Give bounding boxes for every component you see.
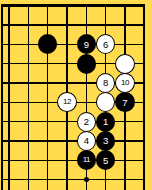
stone-white-S16 [115,54,134,74]
intersection-R13: 1 [96,112,115,131]
star-point-Q10 [84,177,89,182]
intersection-R11: 5 [96,151,115,170]
intersection-R17: 6 [96,35,115,54]
move-number-6: 6 [103,40,108,50]
intersection-Q17: 9 [77,35,96,54]
stone-black-R12: 3 [96,131,115,151]
intersection-S16 [115,54,134,73]
intersection-O17 [38,35,57,54]
stone-white-R15: 8 [96,73,115,93]
stone-white-Q13: 2 [77,112,96,132]
stone-white-R14 [96,92,115,112]
intersection-S14: 7 [115,93,134,112]
move-number-5: 5 [103,156,108,166]
stone-black-R13: 1 [96,112,115,132]
intersection-R15: 8 [96,73,115,92]
intersection-Q13: 2 [77,112,96,131]
go-board-diagram: 123456789101112 [0,0,152,190]
intersection-Q16 [77,54,96,73]
move-number-1: 1 [103,117,108,127]
stone-black-Q11: 11 [77,150,96,170]
move-number-4: 4 [84,136,89,146]
move-number-10: 10 [121,79,129,87]
move-number-12: 12 [63,98,71,106]
intersection-R12: 3 [96,131,115,150]
stone-black-Q16 [77,54,96,74]
stones-grid: 123456789101112 [0,0,152,189]
move-number-3: 3 [103,136,108,146]
intersection-S15: 10 [115,73,134,92]
move-number-9: 9 [84,40,89,50]
move-number-11: 11 [83,156,90,164]
intersection-P14: 12 [57,93,76,112]
move-number-8: 8 [103,78,108,88]
intersection-Q12: 4 [77,131,96,150]
intersection-Q11: 11 [77,151,96,170]
intersection-R14 [96,93,115,112]
stone-white-S15: 10 [115,73,134,93]
move-number-2: 2 [84,117,89,127]
stone-black-O17 [38,34,57,54]
stone-white-P14: 12 [57,92,76,112]
stone-black-Q17: 9 [77,34,96,54]
move-number-7: 7 [122,98,127,108]
stone-white-R17: 6 [96,34,115,54]
stone-black-R11: 5 [96,150,115,170]
go-board: 123456789101112 [0,0,152,190]
stone-white-Q12: 4 [77,131,96,151]
star-point-cell [77,170,96,189]
stone-black-S14: 7 [115,92,134,112]
